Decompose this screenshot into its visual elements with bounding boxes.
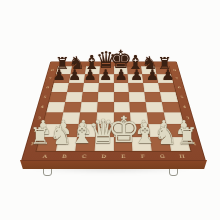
- square-c5[interactable]: [81, 92, 98, 102]
- square-f5[interactable]: [129, 92, 146, 102]
- square-g5[interactable]: [144, 92, 161, 102]
- rank-label-right-6: 6: [173, 83, 185, 92]
- file-label-a: A: [35, 154, 56, 159]
- piece-white-rook-h1[interactable]: ♜: [177, 125, 198, 148]
- piece-black-pawn-h7[interactable]: ♟: [161, 68, 174, 83]
- piece-black-pawn-a7[interactable]: ♟: [53, 68, 66, 83]
- square-e5[interactable]: [114, 92, 130, 102]
- file-label-c: C: [74, 154, 94, 159]
- piece-black-pawn-e7[interactable]: ♟: [115, 68, 128, 83]
- file-label-f: F: [133, 154, 153, 159]
- rank-label-right-4: 4: [178, 102, 192, 113]
- piece-white-rook-a1[interactable]: ♜: [30, 125, 51, 148]
- file-label-g: G: [152, 154, 172, 159]
- piece-black-pawn-b7[interactable]: ♟: [68, 68, 81, 83]
- rank-label-right-5: 5: [175, 92, 188, 102]
- piece-black-pawn-c7[interactable]: ♟: [84, 68, 97, 83]
- chess-board-scene: ABCDEFGH 12345678 12345678 ♜♞♝♛♚♝♞♜♟♟♟♟♟…: [0, 0, 220, 220]
- square-b4[interactable]: [63, 102, 81, 113]
- file-label-b: B: [54, 154, 74, 159]
- file-labels: ABCDEFGH: [34, 151, 193, 161]
- piece-black-pawn-f7[interactable]: ♟: [130, 68, 143, 83]
- square-d5[interactable]: [97, 92, 113, 102]
- square-b5[interactable]: [65, 92, 82, 102]
- board-front-edge: [20, 160, 207, 169]
- file-label-h: H: [172, 154, 193, 159]
- file-label-e: E: [114, 154, 134, 159]
- piece-black-pawn-g7[interactable]: ♟: [146, 68, 159, 83]
- product-photo: ABCDEFGH 12345678 12345678 ♜♞♝♛♚♝♞♜♟♟♟♟♟…: [0, 0, 220, 220]
- piece-black-pawn-d7[interactable]: ♟: [99, 68, 112, 83]
- piece-white-knight-g1[interactable]: ♞: [154, 122, 177, 148]
- file-label-d: D: [94, 154, 114, 159]
